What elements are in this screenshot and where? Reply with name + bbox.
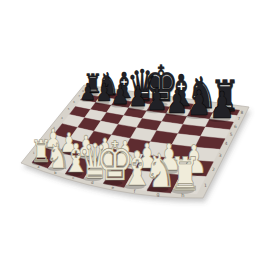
piece-shadow — [180, 171, 203, 177]
coord-file-far-d: d — [145, 93, 147, 97]
piece-shadow — [59, 151, 75, 155]
coord-rank-left-2: 2 — [44, 138, 46, 142]
coord-rank-left-4: 4 — [61, 116, 63, 120]
piece-shadow — [44, 146, 59, 150]
coord-rank-left-7: 7 — [78, 94, 80, 98]
piece-shadow — [156, 169, 178, 175]
coord-rank-right-8: 8 — [240, 110, 243, 115]
coord-rank-right-1: 1 — [204, 183, 207, 188]
coord-file-near-d: d — [91, 180, 94, 185]
piece-shadow — [76, 155, 93, 159]
coord-file-near-h: h — [181, 192, 184, 198]
coord-rank-right-2: 2 — [212, 167, 215, 172]
piece-shadow — [186, 114, 207, 119]
chess-board: aabbccddeeffgghh8877665544332211 — [0, 0, 255, 255]
piece-shadow — [150, 102, 168, 107]
piece-shadow — [113, 163, 132, 168]
coord-file-far-e: e — [164, 96, 166, 100]
coord-file-far-g: g — [205, 101, 207, 105]
coord-rank-left-5: 5 — [68, 107, 70, 111]
piece-shadow — [80, 98, 94, 102]
chess-set-photo: aabbccddeeffgghh8877665544332211 ♜♞♝♛♚♝♞… — [0, 0, 255, 255]
coord-file-near-c: c — [72, 175, 74, 180]
piece-shadow — [169, 105, 188, 110]
coord-rank-left-8: 8 — [82, 89, 84, 93]
coord-file-near-g: g — [156, 192, 159, 197]
piece-shadow — [190, 107, 211, 112]
piece-shadow — [115, 97, 131, 101]
piece-shadow — [111, 103, 127, 107]
coord-rank-left-1: 1 — [33, 151, 35, 155]
coord-rank-right-6: 6 — [234, 124, 237, 129]
coord-rank-right-5: 5 — [230, 132, 233, 137]
piece-shadow — [99, 95, 114, 99]
square-h4 — [195, 136, 225, 149]
piece-shadow — [146, 109, 164, 114]
piece-shadow — [128, 106, 145, 110]
coord-file-near-a: a — [38, 165, 40, 169]
piece-shadow — [94, 159, 112, 164]
coord-rank-left-3: 3 — [53, 126, 55, 130]
piece-shadow — [134, 166, 154, 171]
coord-rank-right-7: 7 — [237, 116, 240, 121]
piece-shadow — [132, 100, 149, 104]
coord-file-near-e: e — [111, 185, 114, 190]
piece-shadow — [95, 101, 110, 105]
coord-rank-right-3: 3 — [219, 153, 222, 158]
piece-shadow — [84, 93, 98, 97]
piece-shadow — [208, 116, 230, 122]
coord-rank-right-4: 4 — [225, 141, 228, 146]
piece-shadow — [165, 111, 184, 116]
piece-shadow — [212, 110, 234, 116]
coord-rank-left-6: 6 — [73, 100, 75, 104]
